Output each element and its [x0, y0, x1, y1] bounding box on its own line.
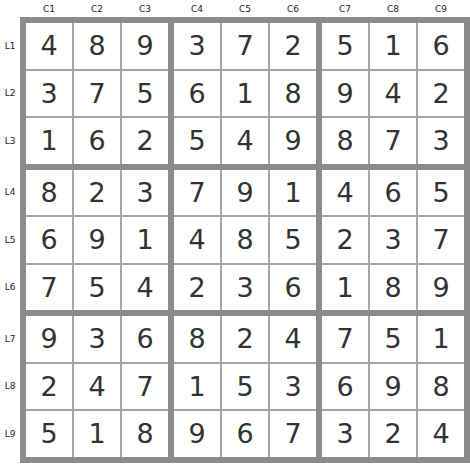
box-5: 791485236 — [174, 170, 316, 311]
cell-L9C8[interactable]: 2 — [370, 411, 416, 457]
row-label-L7: L7 — [0, 316, 20, 362]
column-label-C1: C1 — [26, 3, 72, 17]
cell-L9C6[interactable]: 7 — [270, 411, 316, 457]
cell-L1C1[interactable]: 4 — [26, 23, 72, 69]
cell-L9C4[interactable]: 9 — [174, 411, 220, 457]
cell-L9C1[interactable]: 5 — [26, 411, 72, 457]
cell-L2C6[interactable]: 8 — [270, 71, 316, 117]
cell-L3C1[interactable]: 1 — [26, 118, 72, 164]
row-label-group: L7L8L9 — [0, 316, 20, 457]
cell-L5C1[interactable]: 6 — [26, 217, 72, 263]
cell-L1C4[interactable]: 3 — [174, 23, 220, 69]
row-labels: L1L2L3L4L5L6L7L8L9 — [0, 17, 20, 463]
cell-L1C8[interactable]: 1 — [370, 23, 416, 69]
row-label-group: L4L5L6 — [0, 170, 20, 311]
cell-L9C9[interactable]: 4 — [418, 411, 464, 457]
cell-L9C3[interactable]: 8 — [122, 411, 168, 457]
cell-L3C3[interactable]: 2 — [122, 118, 168, 164]
row-label-L6: L6 — [0, 265, 20, 311]
cell-L7C6[interactable]: 4 — [270, 316, 316, 362]
cell-L2C5[interactable]: 1 — [222, 71, 268, 117]
cell-L2C3[interactable]: 5 — [122, 71, 168, 117]
column-label-C3: C3 — [122, 3, 168, 17]
column-labels: C1C2C3C4C5C6C7C8C9 — [20, 0, 470, 17]
box-4: 823691754 — [26, 170, 168, 311]
cell-L6C1[interactable]: 7 — [26, 265, 72, 311]
cell-L2C8[interactable]: 4 — [370, 71, 416, 117]
cell-L8C7[interactable]: 6 — [322, 364, 368, 410]
cell-L4C3[interactable]: 3 — [122, 170, 168, 216]
cell-L1C6[interactable]: 2 — [270, 23, 316, 69]
row-label-L5: L5 — [0, 217, 20, 263]
box-2: 372618549 — [174, 23, 316, 164]
cell-L5C4[interactable]: 4 — [174, 217, 220, 263]
cell-L7C3[interactable]: 6 — [122, 316, 168, 362]
cell-L7C9[interactable]: 1 — [418, 316, 464, 362]
cell-L5C3[interactable]: 1 — [122, 217, 168, 263]
cell-L6C3[interactable]: 4 — [122, 265, 168, 311]
cell-L5C9[interactable]: 7 — [418, 217, 464, 263]
column-label-group: C1C2C3 — [26, 3, 168, 17]
cell-L2C4[interactable]: 6 — [174, 71, 220, 117]
cell-L5C2[interactable]: 9 — [74, 217, 120, 263]
cell-L7C4[interactable]: 8 — [174, 316, 220, 362]
cell-L6C6[interactable]: 6 — [270, 265, 316, 311]
row-label-group: L1L2L3 — [0, 23, 20, 164]
cell-L3C8[interactable]: 7 — [370, 118, 416, 164]
row-label-L2: L2 — [0, 71, 20, 117]
column-label-C7: C7 — [322, 3, 368, 17]
cell-L7C2[interactable]: 3 — [74, 316, 120, 362]
cell-L9C5[interactable]: 6 — [222, 411, 268, 457]
column-label-C2: C2 — [74, 3, 120, 17]
cell-L1C9[interactable]: 6 — [418, 23, 464, 69]
row-label-L9: L9 — [0, 411, 20, 457]
cell-L4C8[interactable]: 6 — [370, 170, 416, 216]
cell-L5C6[interactable]: 5 — [270, 217, 316, 263]
cell-L7C7[interactable]: 7 — [322, 316, 368, 362]
cell-L1C5[interactable]: 7 — [222, 23, 268, 69]
box-6: 465237189 — [322, 170, 464, 311]
column-label-group: C7C8C9 — [322, 3, 464, 17]
cell-L4C6[interactable]: 1 — [270, 170, 316, 216]
box-7: 936247518 — [26, 316, 168, 457]
cell-L4C9[interactable]: 5 — [418, 170, 464, 216]
cell-L4C1[interactable]: 8 — [26, 170, 72, 216]
cell-L2C7[interactable]: 9 — [322, 71, 368, 117]
sudoku-layout: C1C2C3C4C5C6C7C8C9 L1L2L3L4L5L6L7L8L9 48… — [0, 0, 470, 463]
box-1: 489375162 — [26, 23, 168, 164]
cell-L6C9[interactable]: 9 — [418, 265, 464, 311]
cell-L1C3[interactable]: 9 — [122, 23, 168, 69]
cell-L8C8[interactable]: 9 — [370, 364, 416, 410]
corner-spacer — [0, 0, 20, 17]
cell-L1C2[interactable]: 8 — [74, 23, 120, 69]
cell-L4C7[interactable]: 4 — [322, 170, 368, 216]
row-label-L1: L1 — [0, 23, 20, 69]
row-label-L4: L4 — [0, 170, 20, 216]
box-3: 516942873 — [322, 23, 464, 164]
column-label-C5: C5 — [222, 3, 268, 17]
cell-L7C8[interactable]: 5 — [370, 316, 416, 362]
cell-L4C5[interactable]: 9 — [222, 170, 268, 216]
cell-L4C4[interactable]: 7 — [174, 170, 220, 216]
box-8: 824153967 — [174, 316, 316, 457]
cell-L7C1[interactable]: 9 — [26, 316, 72, 362]
row-label-L8: L8 — [0, 364, 20, 410]
cell-L6C7[interactable]: 1 — [322, 265, 368, 311]
cell-L3C7[interactable]: 8 — [322, 118, 368, 164]
cell-L3C6[interactable]: 9 — [270, 118, 316, 164]
cell-L6C8[interactable]: 8 — [370, 265, 416, 311]
sudoku-board: 4893751623726185495169428738236917547914… — [20, 17, 470, 463]
cell-L8C5[interactable]: 5 — [222, 364, 268, 410]
column-label-C4: C4 — [174, 3, 220, 17]
cell-L8C2[interactable]: 4 — [74, 364, 120, 410]
column-label-C8: C8 — [370, 3, 416, 17]
cell-L8C6[interactable]: 3 — [270, 364, 316, 410]
cell-L8C3[interactable]: 7 — [122, 364, 168, 410]
box-9: 751698324 — [322, 316, 464, 457]
row-label-L3: L3 — [0, 118, 20, 164]
cell-L8C9[interactable]: 8 — [418, 364, 464, 410]
cell-L2C9[interactable]: 2 — [418, 71, 464, 117]
column-label-C6: C6 — [270, 3, 316, 17]
cell-L8C1[interactable]: 2 — [26, 364, 72, 410]
cell-L6C5[interactable]: 3 — [222, 265, 268, 311]
cell-L2C2[interactable]: 7 — [74, 71, 120, 117]
cell-L9C2[interactable]: 1 — [74, 411, 120, 457]
cell-L2C1[interactable]: 3 — [26, 71, 72, 117]
cell-L5C7[interactable]: 2 — [322, 217, 368, 263]
cell-L3C4[interactable]: 5 — [174, 118, 220, 164]
cell-L1C7[interactable]: 5 — [322, 23, 368, 69]
cell-L6C2[interactable]: 5 — [74, 265, 120, 311]
cell-L5C8[interactable]: 3 — [370, 217, 416, 263]
cell-L9C7[interactable]: 3 — [322, 411, 368, 457]
cell-L3C9[interactable]: 3 — [418, 118, 464, 164]
cell-L4C2[interactable]: 2 — [74, 170, 120, 216]
cell-L7C5[interactable]: 2 — [222, 316, 268, 362]
cell-L3C5[interactable]: 4 — [222, 118, 268, 164]
cell-L5C5[interactable]: 8 — [222, 217, 268, 263]
column-label-C9: C9 — [418, 3, 464, 17]
sudoku-page: C1C2C3C4C5C6C7C8C9 L1L2L3L4L5L6L7L8L9 48… — [0, 0, 470, 467]
cell-L3C2[interactable]: 6 — [74, 118, 120, 164]
column-label-group: C4C5C6 — [174, 3, 316, 17]
cell-L6C4[interactable]: 2 — [174, 265, 220, 311]
cell-L8C4[interactable]: 1 — [174, 364, 220, 410]
